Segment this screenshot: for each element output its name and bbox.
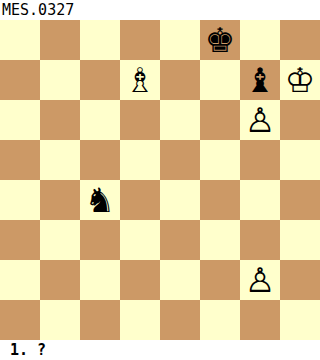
square-h5[interactable] (280, 140, 320, 180)
square-b2[interactable] (40, 260, 80, 300)
square-c8[interactable] (80, 20, 120, 60)
square-h4[interactable] (280, 180, 320, 220)
square-b8[interactable] (40, 20, 80, 60)
square-b6[interactable] (40, 100, 80, 140)
chess-board: ♚♗♝♔♙♞♙ (0, 20, 320, 340)
square-c4[interactable]: ♞ (80, 180, 120, 220)
square-a3[interactable] (0, 220, 40, 260)
square-d4[interactable] (120, 180, 160, 220)
square-a2[interactable] (0, 260, 40, 300)
square-f6[interactable] (200, 100, 240, 140)
square-g6[interactable]: ♙ (240, 100, 280, 140)
square-h8[interactable] (280, 20, 320, 60)
white-pawn-icon: ♙ (245, 100, 275, 140)
square-d8[interactable] (120, 20, 160, 60)
black-bishop-icon: ♝ (245, 60, 275, 100)
square-f4[interactable] (200, 180, 240, 220)
square-e8[interactable] (160, 20, 200, 60)
square-g1[interactable] (240, 300, 280, 340)
square-a8[interactable] (0, 20, 40, 60)
square-b3[interactable] (40, 220, 80, 260)
square-e4[interactable] (160, 180, 200, 220)
square-b4[interactable] (40, 180, 80, 220)
square-c2[interactable] (80, 260, 120, 300)
square-h3[interactable] (280, 220, 320, 260)
square-g8[interactable] (240, 20, 280, 60)
square-a7[interactable] (0, 60, 40, 100)
square-g3[interactable] (240, 220, 280, 260)
square-g5[interactable] (240, 140, 280, 180)
square-e3[interactable] (160, 220, 200, 260)
square-b7[interactable] (40, 60, 80, 100)
square-h7[interactable]: ♔ (280, 60, 320, 100)
square-a4[interactable] (0, 180, 40, 220)
square-f3[interactable] (200, 220, 240, 260)
puzzle-id-title: MES.0327 (0, 0, 320, 20)
square-c6[interactable] (80, 100, 120, 140)
square-d7[interactable]: ♗ (120, 60, 160, 100)
square-c3[interactable] (80, 220, 120, 260)
square-g4[interactable] (240, 180, 280, 220)
white-king-icon: ♔ (285, 60, 315, 100)
square-f8[interactable]: ♚ (200, 20, 240, 60)
square-d2[interactable] (120, 260, 160, 300)
square-d6[interactable] (120, 100, 160, 140)
square-d5[interactable] (120, 140, 160, 180)
square-f5[interactable] (200, 140, 240, 180)
square-e7[interactable] (160, 60, 200, 100)
square-h6[interactable] (280, 100, 320, 140)
square-c1[interactable] (80, 300, 120, 340)
square-g7[interactable]: ♝ (240, 60, 280, 100)
square-a5[interactable] (0, 140, 40, 180)
square-e6[interactable] (160, 100, 200, 140)
square-a1[interactable] (0, 300, 40, 340)
square-f1[interactable] (200, 300, 240, 340)
square-a6[interactable] (0, 100, 40, 140)
square-e1[interactable] (160, 300, 200, 340)
square-f2[interactable] (200, 260, 240, 300)
move-prompt: 1. ? (0, 340, 320, 360)
square-f7[interactable] (200, 60, 240, 100)
square-d3[interactable] (120, 220, 160, 260)
square-c7[interactable] (80, 60, 120, 100)
square-e5[interactable] (160, 140, 200, 180)
square-h2[interactable] (280, 260, 320, 300)
square-e2[interactable] (160, 260, 200, 300)
square-d1[interactable] (120, 300, 160, 340)
white-pawn-icon: ♙ (245, 260, 275, 300)
white-bishop-icon: ♗ (125, 60, 155, 100)
square-g2[interactable]: ♙ (240, 260, 280, 300)
square-h1[interactable] (280, 300, 320, 340)
square-b5[interactable] (40, 140, 80, 180)
black-king-icon: ♚ (205, 20, 235, 60)
black-knight-icon: ♞ (85, 180, 115, 220)
square-b1[interactable] (40, 300, 80, 340)
square-c5[interactable] (80, 140, 120, 180)
